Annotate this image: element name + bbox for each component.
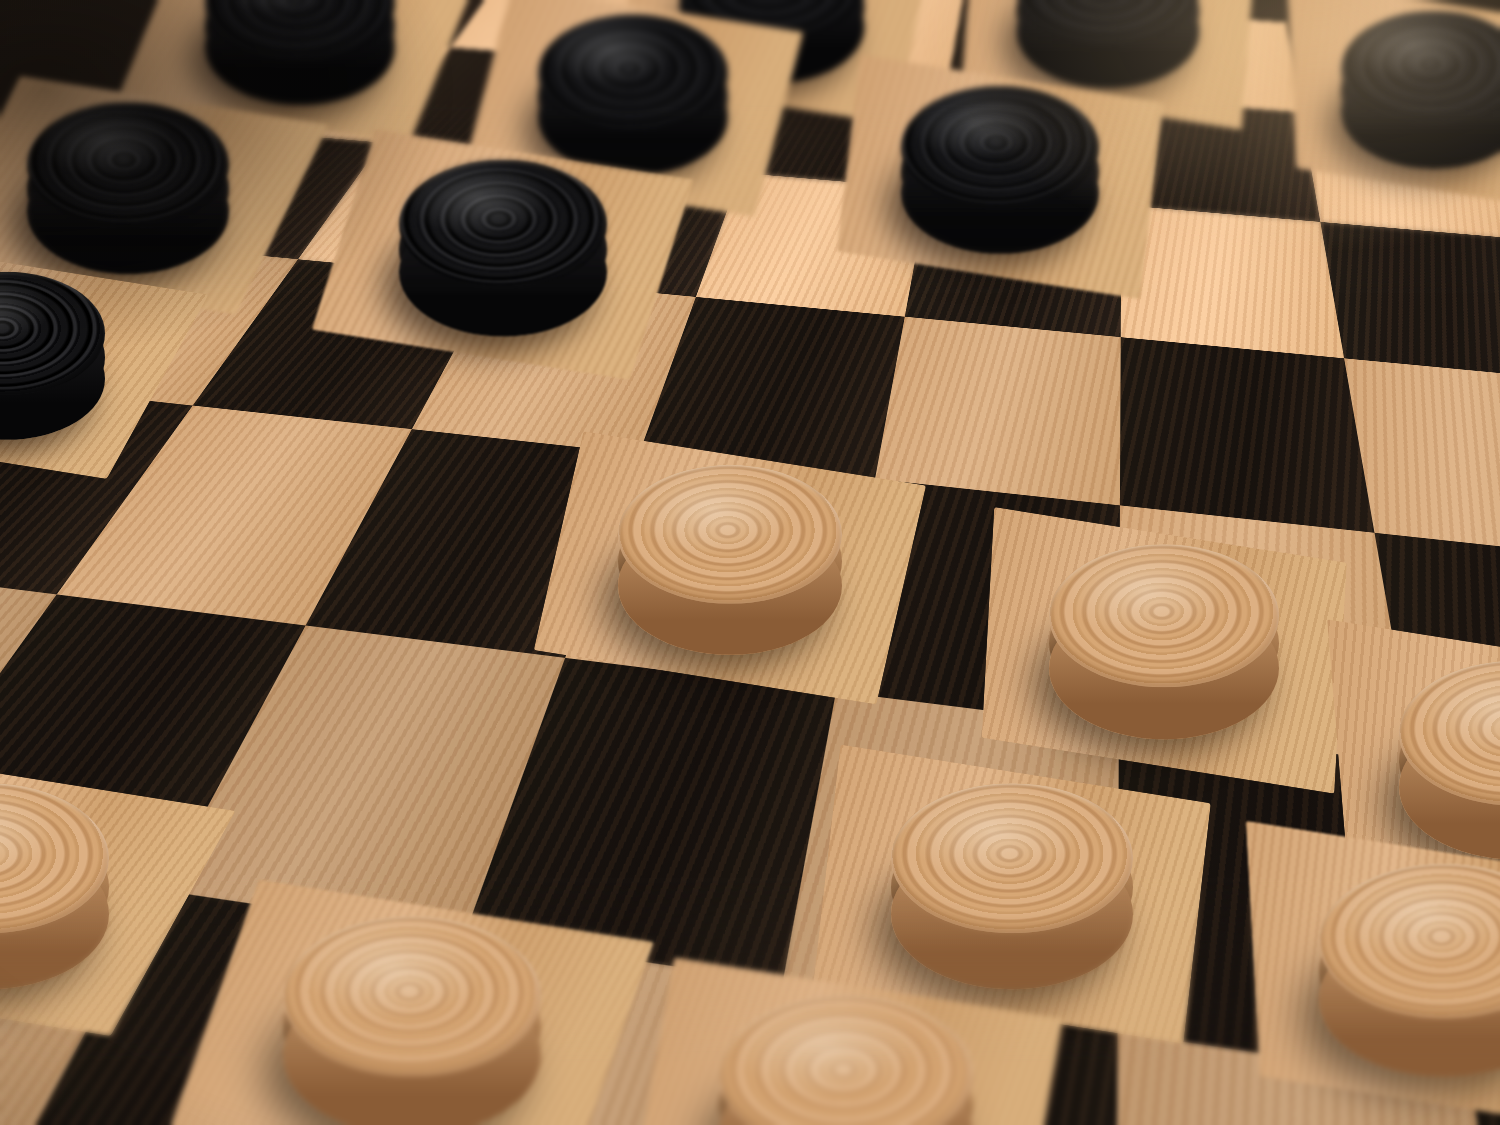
- piece-dark-b6[interactable]: [27, 102, 229, 274]
- piece-light-h4[interactable]: [1399, 661, 1500, 860]
- piece-top-rings-icon: [891, 783, 1133, 933]
- piece-light-e3[interactable]: [891, 783, 1133, 989]
- piece-top-rings-icon: [901, 86, 1099, 209]
- piece-light-a3[interactable]: [0, 783, 109, 989]
- checkers-photo-scene: [0, 0, 1500, 1125]
- piece-top-rings-icon: [283, 916, 541, 1076]
- piece-top-rings-icon: [399, 160, 607, 289]
- piece-light-b2[interactable]: [283, 916, 541, 1125]
- piece-light-g3[interactable]: [1319, 864, 1500, 1077]
- piece-top-rings-icon: [538, 14, 728, 132]
- piece-dark-a5[interactable]: [0, 272, 105, 440]
- piece-dark-c7[interactable]: [538, 14, 728, 176]
- piece-top-rings-icon: [27, 102, 229, 227]
- piece-light-d4[interactable]: [618, 465, 842, 655]
- piece-dark-d6[interactable]: [399, 160, 607, 337]
- piece-dark-h8[interactable]: [1341, 11, 1500, 169]
- piece-top-rings-icon: [1049, 544, 1279, 687]
- piece-dark-b8[interactable]: [205, 0, 395, 106]
- piece-top-rings-icon: [618, 465, 842, 604]
- piece-light-f4[interactable]: [1049, 544, 1279, 740]
- pieces-layer: [0, 0, 1500, 1125]
- piece-light-d2[interactable]: [719, 996, 973, 1125]
- piece-dark-f8[interactable]: [1017, 0, 1200, 88]
- piece-dark-e7[interactable]: [901, 86, 1099, 254]
